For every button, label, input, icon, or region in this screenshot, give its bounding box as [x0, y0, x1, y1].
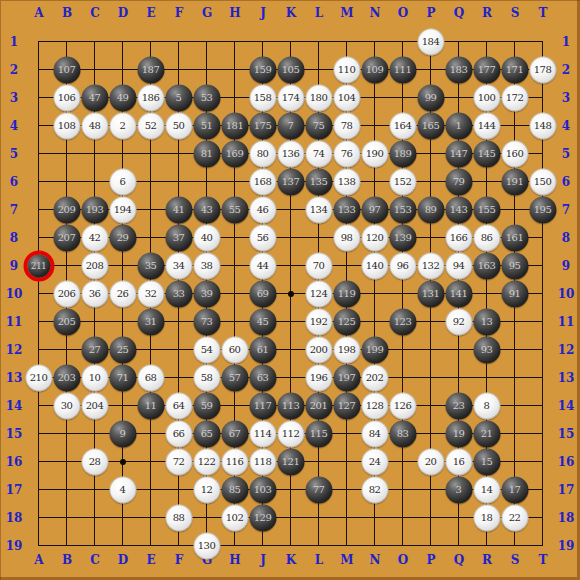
stone-number: 128 [366, 401, 384, 411]
stone-number: 65 [201, 429, 213, 439]
col-label-top: C [90, 7, 100, 19]
stone: 2 [109, 112, 136, 139]
stone-number: 153 [394, 205, 412, 215]
stone-number: 71 [117, 373, 129, 383]
stone-number: 30 [61, 401, 73, 411]
col-label-bottom: P [426, 554, 435, 566]
stone-number: 199 [366, 345, 384, 355]
stone: 72 [165, 448, 192, 475]
stone: 67 [221, 420, 248, 447]
stone: 136 [277, 140, 304, 167]
stone: 144 [473, 112, 500, 139]
row-label-right: 19 [558, 540, 575, 552]
stone-number: 12 [201, 485, 213, 495]
stone-number: 172 [506, 93, 524, 103]
row-label-left: 13 [6, 372, 23, 384]
stone: 207 [53, 224, 80, 251]
col-label-bottom: S [511, 554, 520, 566]
stone-number: 9 [120, 429, 126, 439]
stone-number: 204 [86, 401, 104, 411]
stone-last-move: 211 [27, 254, 50, 277]
stone: 93 [473, 336, 500, 363]
stone-number: 61 [257, 345, 269, 355]
stone-number: 92 [453, 317, 465, 327]
stone: 127 [333, 392, 360, 419]
stone-number: 35 [145, 261, 157, 271]
stone-number: 150 [534, 177, 552, 187]
stone: 6 [109, 168, 136, 195]
stone: 81 [193, 140, 220, 167]
stone-number: 206 [58, 289, 76, 299]
row-label-left: 5 [10, 148, 18, 160]
stone: 14 [473, 476, 500, 503]
stone-number: 183 [450, 65, 468, 75]
stone: 79 [445, 168, 472, 195]
col-label-top: P [426, 7, 435, 19]
stone-number: 44 [257, 261, 269, 271]
stone-number: 160 [506, 149, 524, 159]
stone: 118 [249, 448, 276, 475]
stone: 80 [249, 140, 276, 167]
row-label-right: 10 [558, 288, 575, 300]
stone-number: 120 [366, 233, 384, 243]
stone: 53 [193, 84, 220, 111]
stone: 58 [193, 364, 220, 391]
stone: 48 [81, 112, 108, 139]
stone: 158 [249, 84, 276, 111]
stone-number: 54 [201, 345, 213, 355]
stone-number: 22 [509, 513, 521, 523]
stone: 116 [221, 448, 248, 475]
stone-number: 51 [201, 121, 213, 131]
stone-number: 96 [397, 261, 409, 271]
row-label-right: 3 [562, 92, 570, 104]
stone-number: 116 [226, 457, 244, 467]
stone: 130 [193, 532, 220, 559]
stone-number: 83 [397, 429, 409, 439]
stone: 38 [193, 252, 220, 279]
stone: 4 [109, 476, 136, 503]
stone-number: 66 [173, 429, 185, 439]
stone: 204 [81, 392, 108, 419]
stone-number: 15 [481, 457, 493, 467]
stone: 59 [193, 392, 220, 419]
stone: 43 [193, 196, 220, 223]
stone: 200 [305, 336, 332, 363]
stone: 153 [389, 196, 416, 223]
stone: 92 [445, 308, 472, 335]
stone: 8 [473, 392, 500, 419]
stone-number: 187 [142, 65, 160, 75]
stone-number: 127 [338, 401, 356, 411]
stone-number: 117 [254, 401, 272, 411]
stone: 140 [361, 252, 388, 279]
col-label-bottom: K [286, 554, 296, 566]
stone: 66 [165, 420, 192, 447]
stone-number: 122 [198, 457, 216, 467]
go-game-viewer: AABBCCDDEEFFGGHHJJKKLLMMNNOOPPQQRRSSTT11… [0, 0, 580, 580]
stone-number: 113 [282, 401, 300, 411]
stone: 187 [137, 56, 164, 83]
stone: 133 [333, 196, 360, 223]
stone-number: 123 [394, 317, 412, 327]
stone: 117 [249, 392, 276, 419]
stone: 180 [305, 84, 332, 111]
stone-number: 133 [338, 205, 356, 215]
stone-number: 6 [120, 177, 126, 187]
stone-number: 174 [282, 93, 300, 103]
stone-number: 56 [257, 233, 269, 243]
stone: 110 [333, 56, 360, 83]
stone: 122 [193, 448, 220, 475]
stone-number: 20 [425, 457, 437, 467]
col-label-bottom: L [315, 554, 323, 566]
stone-number: 177 [478, 65, 496, 75]
col-label-bottom: C [90, 554, 100, 566]
row-label-left: 16 [6, 456, 23, 468]
row-label-left: 8 [10, 232, 18, 244]
stone: 97 [361, 196, 388, 223]
stone-number: 88 [173, 513, 185, 523]
stone-number: 34 [173, 261, 185, 271]
stone-number: 184 [422, 37, 440, 47]
stone: 85 [221, 476, 248, 503]
stone: 175 [249, 112, 276, 139]
stone-number: 89 [425, 205, 437, 215]
stone: 77 [305, 476, 332, 503]
stone-number: 45 [257, 317, 269, 327]
stone-number: 100 [478, 93, 496, 103]
stone: 124 [305, 280, 332, 307]
col-label-bottom: J [260, 554, 266, 566]
row-label-right: 12 [558, 344, 575, 356]
stone: 49 [109, 84, 136, 111]
col-label-top: A [34, 7, 43, 19]
stone: 24 [361, 448, 388, 475]
stone: 105 [277, 56, 304, 83]
stone-number: 165 [422, 121, 440, 131]
stone: 198 [333, 336, 360, 363]
stone: 76 [333, 140, 360, 167]
stone: 54 [193, 336, 220, 363]
stone-number: 194 [114, 205, 132, 215]
stone: 109 [361, 56, 388, 83]
stone: 171 [501, 56, 528, 83]
col-label-top: K [286, 7, 296, 19]
stone-number: 55 [229, 205, 241, 215]
stone-number: 135 [310, 177, 328, 187]
stone: 63 [249, 364, 276, 391]
stone: 191 [501, 168, 528, 195]
stone: 121 [277, 448, 304, 475]
row-label-right: 7 [562, 204, 570, 216]
stone: 137 [277, 168, 304, 195]
stone: 34 [165, 252, 192, 279]
stone: 96 [389, 252, 416, 279]
stone-number: 207 [58, 233, 76, 243]
stone-number: 11 [145, 401, 157, 411]
stone: 13 [473, 308, 500, 335]
stone: 61 [249, 336, 276, 363]
stone: 108 [53, 112, 80, 139]
stone: 15 [473, 448, 500, 475]
col-label-bottom: Q [454, 554, 464, 566]
stone: 209 [53, 196, 80, 223]
stone-number: 109 [366, 65, 384, 75]
stone: 163 [473, 252, 500, 279]
stone: 22 [501, 504, 528, 531]
row-label-left: 18 [6, 512, 23, 524]
stone: 70 [305, 252, 332, 279]
stone: 168 [249, 168, 276, 195]
stone: 104 [333, 84, 360, 111]
stone: 74 [305, 140, 332, 167]
stone-number: 191 [506, 177, 524, 187]
row-label-right: 16 [558, 456, 575, 468]
col-label-top: D [118, 7, 128, 19]
row-label-left: 4 [10, 120, 18, 132]
stone-number: 81 [201, 149, 213, 159]
stone: 143 [445, 196, 472, 223]
stone-number: 21 [481, 429, 493, 439]
stone-number: 131 [422, 289, 440, 299]
stone: 7 [277, 112, 304, 139]
stone-number: 159 [254, 65, 272, 75]
stone: 46 [249, 196, 276, 223]
col-label-top: Q [454, 7, 464, 19]
stone: 114 [249, 420, 276, 447]
stone: 196 [305, 364, 332, 391]
stone: 183 [445, 56, 472, 83]
stone-number: 130 [198, 541, 216, 551]
stone: 31 [137, 308, 164, 335]
stone-number: 205 [58, 317, 76, 327]
stone-number: 209 [58, 205, 76, 215]
stone-number: 73 [201, 317, 213, 327]
stone: 205 [53, 308, 80, 335]
stone-number: 106 [58, 93, 76, 103]
stone: 192 [305, 308, 332, 335]
stone: 160 [501, 140, 528, 167]
stone-number: 86 [481, 233, 493, 243]
stone: 102 [221, 504, 248, 531]
stone-number: 67 [229, 429, 241, 439]
stone: 5 [165, 84, 192, 111]
stone: 75 [305, 112, 332, 139]
stone-number: 166 [450, 233, 468, 243]
stone-number: 121 [282, 457, 300, 467]
stone: 9 [109, 420, 136, 447]
stone-number: 105 [282, 65, 300, 75]
stone: 25 [109, 336, 136, 363]
stone: 98 [333, 224, 360, 251]
stone-number: 24 [369, 457, 381, 467]
stone: 26 [109, 280, 136, 307]
stone: 52 [137, 112, 164, 139]
stone: 112 [277, 420, 304, 447]
stone: 10 [81, 364, 108, 391]
stone-number: 126 [394, 401, 412, 411]
stone: 193 [81, 196, 108, 223]
stone: 119 [333, 280, 360, 307]
stone: 107 [53, 56, 80, 83]
stone: 159 [249, 56, 276, 83]
stone: 33 [165, 280, 192, 307]
stone: 166 [445, 224, 472, 251]
stone-number: 48 [89, 121, 101, 131]
stone: 30 [53, 392, 80, 419]
stone-number: 137 [282, 177, 300, 187]
stone: 44 [249, 252, 276, 279]
stone: 147 [445, 140, 472, 167]
stone-number: 197 [338, 373, 356, 383]
stone: 89 [417, 196, 444, 223]
stone-number: 43 [201, 205, 213, 215]
stone: 203 [53, 364, 80, 391]
stone: 88 [165, 504, 192, 531]
stone: 164 [389, 112, 416, 139]
stone-number: 60 [229, 345, 241, 355]
stone: 57 [221, 364, 248, 391]
col-label-top: O [398, 7, 408, 19]
stone-number: 171 [506, 65, 524, 75]
stone-number: 95 [509, 261, 521, 271]
stone: 69 [249, 280, 276, 307]
stone: 47 [81, 84, 108, 111]
stone-number: 192 [310, 317, 328, 327]
col-label-top: G [202, 7, 212, 19]
stone: 126 [389, 392, 416, 419]
stone-number: 1 [456, 121, 462, 131]
stone-number: 203 [58, 373, 76, 383]
stone: 111 [389, 56, 416, 83]
stone: 120 [361, 224, 388, 251]
stone: 178 [529, 56, 556, 83]
stone: 129 [249, 504, 276, 531]
stone: 131 [417, 280, 444, 307]
stone-number: 40 [201, 233, 213, 243]
stone-number: 134 [310, 205, 328, 215]
stone: 150 [529, 168, 556, 195]
stone: 73 [193, 308, 220, 335]
col-label-bottom: F [175, 554, 184, 566]
col-label-top: F [175, 7, 184, 19]
stone: 28 [81, 448, 108, 475]
stone: 190 [361, 140, 388, 167]
stone: 148 [529, 112, 556, 139]
stone-number: 82 [369, 485, 381, 495]
stone-number: 2 [120, 121, 126, 131]
stone-number: 112 [282, 429, 300, 439]
stone-number: 91 [509, 289, 521, 299]
stone: 36 [81, 280, 108, 307]
star-point [288, 291, 294, 297]
col-label-bottom: D [118, 554, 128, 566]
row-label-left: 14 [6, 400, 23, 412]
stone: 169 [221, 140, 248, 167]
stone: 195 [529, 196, 556, 223]
stone-number: 178 [534, 65, 552, 75]
star-point [120, 459, 126, 465]
stone-number: 32 [145, 289, 157, 299]
row-label-left: 15 [6, 428, 23, 440]
stone: 12 [193, 476, 220, 503]
stone: 161 [501, 224, 528, 251]
stone: 139 [389, 224, 416, 251]
stone: 141 [445, 280, 472, 307]
stone: 18 [473, 504, 500, 531]
stone: 29 [109, 224, 136, 251]
stone-number: 138 [338, 177, 356, 187]
stone-number: 18 [481, 513, 493, 523]
col-label-bottom: E [146, 554, 155, 566]
col-label-top: J [260, 7, 266, 19]
stone-number: 25 [117, 345, 129, 355]
stone-number: 84 [369, 429, 381, 439]
stone: 71 [109, 364, 136, 391]
stone: 113 [277, 392, 304, 419]
stone-number: 23 [453, 401, 465, 411]
stone-number: 13 [481, 317, 493, 327]
row-label-right: 14 [558, 400, 575, 412]
col-label-top: B [62, 7, 72, 19]
stone-number: 38 [201, 261, 213, 271]
stone: 189 [389, 140, 416, 167]
stone: 125 [333, 308, 360, 335]
stone: 132 [417, 252, 444, 279]
stone-number: 76 [341, 149, 353, 159]
row-label-right: 15 [558, 428, 575, 440]
stone: 27 [81, 336, 108, 363]
col-label-bottom: M [340, 554, 353, 566]
stone-number: 208 [86, 261, 104, 271]
stone-number: 78 [341, 121, 353, 131]
col-label-top: L [315, 7, 323, 19]
stone: 208 [81, 252, 108, 279]
stone-number: 195 [534, 205, 552, 215]
stone: 134 [305, 196, 332, 223]
stone-number: 129 [254, 513, 272, 523]
stone-number: 163 [478, 261, 496, 271]
stone-number: 148 [534, 121, 552, 131]
stone-number: 59 [201, 401, 213, 411]
row-label-right: 8 [562, 232, 570, 244]
go-board[interactable]: AABBCCDDEEFFGGHHJJKKLLMMNNOOPPQQRRSSTT11… [0, 0, 580, 580]
row-label-right: 4 [562, 120, 570, 132]
col-label-bottom: A [34, 554, 43, 566]
stone: 199 [361, 336, 388, 363]
stone-number: 115 [310, 429, 328, 439]
stone-number: 102 [226, 513, 244, 523]
stone-number: 111 [394, 65, 412, 75]
col-label-top: R [482, 7, 492, 19]
stone-number: 70 [313, 261, 325, 271]
stone: 138 [333, 168, 360, 195]
stone-number: 200 [310, 345, 328, 355]
stone-number: 158 [254, 93, 272, 103]
stone: 172 [501, 84, 528, 111]
stone-number: 119 [338, 289, 356, 299]
row-label-left: 9 [10, 260, 18, 272]
stone: 64 [165, 392, 192, 419]
stone-number: 141 [450, 289, 468, 299]
stone: 51 [193, 112, 220, 139]
stone: 16 [445, 448, 472, 475]
stone-number: 202 [366, 373, 384, 383]
stone: 201 [305, 392, 332, 419]
row-label-right: 11 [558, 316, 575, 328]
stone-number: 28 [89, 457, 101, 467]
